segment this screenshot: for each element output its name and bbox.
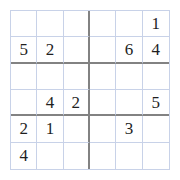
sudoku-cell-r5c2[interactable]: 1 [37, 116, 63, 142]
sudoku-cell-r3c4[interactable] [90, 64, 116, 90]
sudoku-page: 152644252134 [0, 0, 180, 180]
sudoku-cell-r6c6[interactable] [143, 143, 169, 169]
sudoku-cell-r2c5[interactable]: 6 [116, 37, 142, 63]
sudoku-cell-r1c6[interactable]: 1 [143, 11, 169, 37]
sudoku-cell-r6c1[interactable]: 4 [11, 143, 37, 169]
sudoku-cell-r2c6[interactable]: 4 [143, 37, 169, 63]
sudoku-cell-r5c3[interactable] [64, 116, 90, 142]
sudoku-cell-r6c2[interactable] [37, 143, 63, 169]
sudoku-cell-r6c5[interactable] [116, 143, 142, 169]
sudoku-cell-r4c4[interactable] [90, 90, 116, 116]
sudoku-cell-r2c1[interactable]: 5 [11, 37, 37, 63]
sudoku-cell-r5c6[interactable] [143, 116, 169, 142]
sudoku-cell-r3c2[interactable] [37, 64, 63, 90]
sudoku-cell-r3c1[interactable] [11, 64, 37, 90]
sudoku-cell-r1c2[interactable] [37, 11, 63, 37]
sudoku-cell-r3c3[interactable] [64, 64, 90, 90]
sudoku-cell-r2c4[interactable] [90, 37, 116, 63]
sudoku-cell-r3c5[interactable] [116, 64, 142, 90]
sudoku-cell-r6c4[interactable] [90, 143, 116, 169]
sudoku-cell-r4c3[interactable]: 2 [64, 90, 90, 116]
sudoku-cell-r1c3[interactable] [64, 11, 90, 37]
sudoku-cell-r1c1[interactable] [11, 11, 37, 37]
sudoku-cell-r1c5[interactable] [116, 11, 142, 37]
sudoku-cell-r4c5[interactable] [116, 90, 142, 116]
sudoku-cell-r4c6[interactable]: 5 [143, 90, 169, 116]
sudoku-cell-r2c3[interactable] [64, 37, 90, 63]
sudoku-board: 152644252134 [10, 10, 170, 170]
sudoku-cell-r4c1[interactable] [11, 90, 37, 116]
sudoku-cell-r6c3[interactable] [64, 143, 90, 169]
sudoku-cell-r3c6[interactable] [143, 64, 169, 90]
sudoku-cell-r5c1[interactable]: 2 [11, 116, 37, 142]
sudoku-cell-r4c2[interactable]: 4 [37, 90, 63, 116]
sudoku-cell-r5c4[interactable] [90, 116, 116, 142]
sudoku-cell-r2c2[interactable]: 2 [37, 37, 63, 63]
sudoku-cell-r1c4[interactable] [90, 11, 116, 37]
sudoku-cell-r5c5[interactable]: 3 [116, 116, 142, 142]
